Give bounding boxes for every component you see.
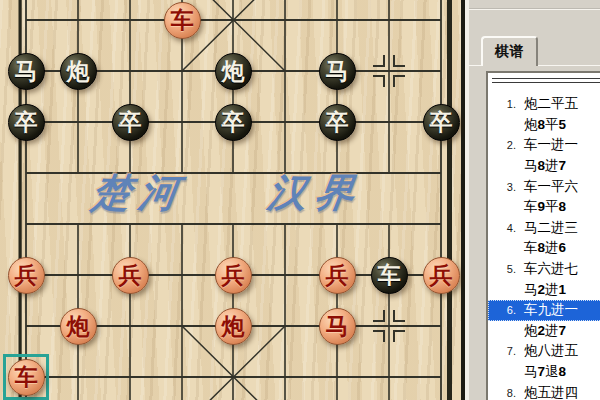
piece-red-horse[interactable]: 马 [319,308,356,345]
move-list-item[interactable]: 8.炮五进四 [488,382,600,400]
move-list-item[interactable]: 2.车一进一 [488,135,600,156]
piece-red-cannon[interactable]: 炮 [215,308,252,345]
move-text: 马二进三 [524,219,578,237]
river-label-chu-he: 楚河 [77,169,202,217]
tab-game-record[interactable]: 棋谱 [481,36,538,66]
move-text: 车8进6 [524,239,566,257]
move-number: 2. [494,139,516,151]
move-number: 8. [494,387,516,399]
move-list-item[interactable]: 5.车六进七 [488,259,600,280]
move-text: 炮2进7 [524,322,566,340]
piece-black-horse[interactable]: 马 [8,53,45,90]
move-list-item[interactable]: 6.车九进一 [488,300,600,321]
move-text: 马2进1 [524,281,566,299]
move-text: 马7退8 [524,363,566,381]
piece-black-soldier[interactable]: 卒 [215,104,252,141]
panel-left-highlight [465,0,469,400]
piece-black-cannon[interactable]: 炮 [215,53,252,90]
move-list-item[interactable]: 马7退8 [488,362,600,383]
move-list-item[interactable]: 1.炮二平五 [488,94,600,115]
move-list-item[interactable]: 炮2进7 [488,321,600,342]
move-number: 6. [494,304,516,316]
move-number: 7. [494,345,516,357]
move-text: 车六进七 [524,260,578,278]
move-text: 炮五进四 [524,384,578,400]
piece-red-chariot[interactable]: 车 [164,2,201,39]
piece-red-soldier[interactable]: 兵 [8,257,45,294]
app-window: 楚河 汉界 马炮炮马卒卒卒卒卒车车兵兵兵兵兵炮炮马车 棋谱 1.炮二平五炮8平5… [0,0,600,400]
move-list-item[interactable]: 4.马二进三 [488,218,600,239]
piece-red-soldier[interactable]: 兵 [423,257,460,294]
move-list-item[interactable]: 车9平8 [488,197,600,218]
move-list[interactable]: 1.炮二平五炮8平52.车一进一马8进73.车一平六车9平84.马二进三车8进6… [486,71,600,400]
piece-black-soldier[interactable]: 卒 [319,104,356,141]
board-frame-right [447,0,452,400]
move-list-item[interactable]: 7.炮八进五 [488,341,600,362]
piece-black-cannon[interactable]: 炮 [60,53,97,90]
piece-black-soldier[interactable]: 卒 [423,104,460,141]
move-list-item[interactable]: 马8进7 [488,156,600,177]
move-number: 5. [494,263,516,275]
move-number: 3. [494,181,516,193]
piece-black-chariot[interactable]: 车 [371,257,408,294]
move-list-item[interactable]: 马2进1 [488,279,600,300]
piece-red-chariot[interactable]: 车 [8,359,45,396]
move-text: 车九进一 [524,301,578,319]
move-list-item[interactable]: 车8进6 [488,238,600,259]
move-text: 炮二平五 [524,95,578,113]
move-text: 车9平8 [524,198,566,216]
move-number: 4. [494,222,516,234]
move-text: 炮8平5 [524,116,566,134]
piece-black-soldier[interactable]: 卒 [8,104,45,141]
piece-black-soldier[interactable]: 卒 [112,104,149,141]
move-text: 车一进一 [524,136,578,154]
move-text: 马8进7 [524,157,566,175]
move-text: 车一平六 [524,178,578,196]
piece-black-horse[interactable]: 马 [319,53,356,90]
piece-red-soldier[interactable]: 兵 [112,257,149,294]
xiangqi-board[interactable]: 楚河 汉界 马炮炮马卒卒卒卒卒车车兵兵兵兵兵炮炮马车 [0,0,465,400]
panel-separator-highlight [469,9,600,10]
move-number: 1. [494,98,516,110]
river-label-han-jie: 汉界 [259,169,372,217]
move-text: 炮八进五 [524,342,578,360]
piece-red-cannon[interactable]: 炮 [60,308,97,345]
move-list-item[interactable]: 炮8平5 [488,115,600,136]
move-list-item[interactable]: 3.车一平六 [488,176,600,197]
game-start-divider [492,78,600,83]
piece-red-soldier[interactable]: 兵 [215,257,252,294]
piece-red-soldier[interactable]: 兵 [319,257,356,294]
